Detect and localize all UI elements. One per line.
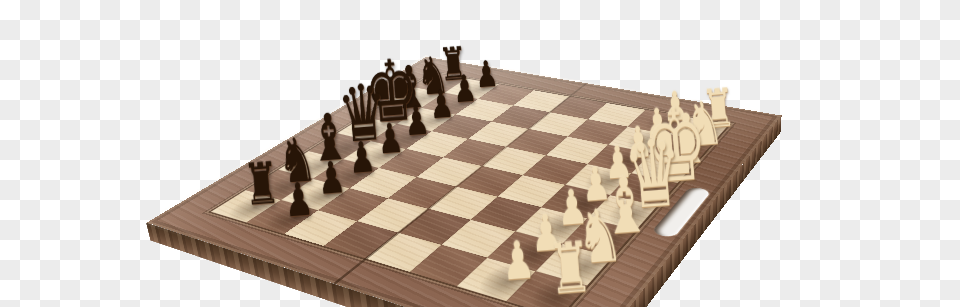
transparent-checker-background: ♜♞♝♛♚♝♞♜♟♟♟♟♟♟♟♟♟♟♟♟♟♟♟♟♜♞♝♛♚♝♞♜ <box>0 0 960 307</box>
square-h6 <box>478 84 533 105</box>
piece-black-pawn: ♟ <box>313 157 350 200</box>
square-h5 <box>513 90 569 112</box>
piece-shadow <box>426 92 486 118</box>
piece-shadow <box>449 78 506 102</box>
piece-black-pawn: ♟ <box>400 102 434 141</box>
piece-black-knight: ♞ <box>415 52 447 102</box>
square-g7: ♟ <box>422 93 479 115</box>
square-e5 <box>443 139 506 166</box>
square-g8: ♞ <box>389 87 445 108</box>
piece-black-rook: ♜ <box>242 157 281 212</box>
square-g4 <box>529 112 588 136</box>
square-f4 <box>506 129 567 155</box>
piece-black-bishop: ♝ <box>390 61 423 117</box>
piece-black-pawn: ♟ <box>472 57 503 92</box>
piece-shadow <box>367 101 428 127</box>
square-h7: ♟ <box>445 79 500 99</box>
piece-shadow <box>401 107 463 134</box>
piece-shadow <box>375 123 440 152</box>
square-f7: ♟ <box>397 108 456 131</box>
piece-white-pawn: ♟ <box>496 236 541 287</box>
square-g5 <box>491 105 549 129</box>
piece-black-pawn: ♟ <box>280 179 319 223</box>
piece-shadow <box>416 72 473 95</box>
piece-black-king: ♚ <box>362 54 398 134</box>
square-e7: ♟ <box>371 124 432 149</box>
square-f8: ♝ <box>364 101 422 124</box>
square-e6 <box>406 131 468 157</box>
square-f5 <box>468 122 528 147</box>
piece-black-pawn: ♟ <box>426 86 459 123</box>
chessboard-frame: ♜♞♝♛♚♝♞♜♟♟♟♟♟♟♟♟♟♟♟♟♟♟♟♟♜♞♝♛♚♝♞♜ <box>147 57 782 307</box>
square-g6 <box>456 99 513 122</box>
square-h4 <box>550 96 607 119</box>
piece-shadow <box>392 86 451 111</box>
chess-set-photo: ♜♞♝♛♚♝♞♜♟♟♟♟♟♟♟♟♟♟♟♟♟♟♟♟♜♞♝♛♚♝♞♜ <box>0 0 960 307</box>
square-f6 <box>432 115 492 139</box>
piece-white-rook: ♜ <box>546 236 593 303</box>
square-h8: ♜ <box>412 73 466 93</box>
piece-black-pawn: ♟ <box>373 119 408 159</box>
piece-black-pawn: ♟ <box>344 138 380 179</box>
piece-black-rook: ♜ <box>438 43 469 87</box>
piece-black-pawn: ♟ <box>449 71 480 107</box>
